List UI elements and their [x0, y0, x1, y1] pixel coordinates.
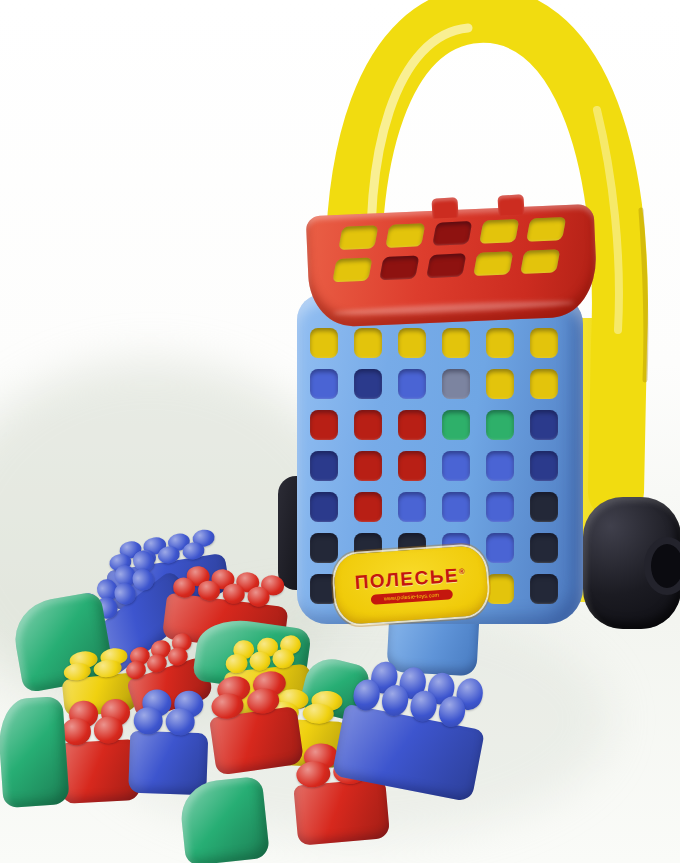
block-stud [165, 708, 195, 736]
block-stud [133, 706, 163, 734]
block-body [293, 778, 390, 846]
blue-2x2-block [128, 689, 210, 796]
blocks-layer [0, 0, 680, 863]
green-wedge-block [0, 696, 70, 808]
red-2x2-block [204, 668, 305, 775]
green-wedge-block [178, 776, 270, 863]
wedge-face [178, 776, 270, 863]
wedge-face [0, 696, 70, 808]
product-photo-scene: ПОЛЕСЬЕ® www.polesie-toys.com [0, 0, 680, 863]
